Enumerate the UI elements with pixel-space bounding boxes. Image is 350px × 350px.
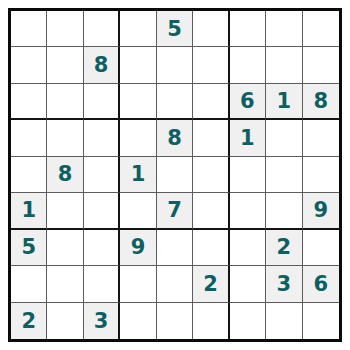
cell-r5c3[interactable] xyxy=(84,157,120,193)
cell-r3c3[interactable] xyxy=(84,84,120,120)
cell-r1c2[interactable] xyxy=(47,11,83,47)
cell-r4c8[interactable] xyxy=(266,120,302,156)
cell-r9c9[interactable] xyxy=(303,303,339,339)
cell-r6c3[interactable] xyxy=(84,193,120,229)
cell-r1c8[interactable] xyxy=(266,11,302,47)
cell-r5c8[interactable] xyxy=(266,157,302,193)
cell-r1c5[interactable]: 5 xyxy=(157,11,193,47)
cell-r1c6[interactable] xyxy=(193,11,229,47)
cell-r7c9[interactable] xyxy=(303,230,339,266)
cell-r7c1[interactable]: 5 xyxy=(11,230,47,266)
cell-r8c9[interactable]: 6 xyxy=(303,266,339,302)
cell-r9c6[interactable] xyxy=(193,303,229,339)
cell-r5c9[interactable] xyxy=(303,157,339,193)
cell-r7c3[interactable] xyxy=(84,230,120,266)
cell-r4c6[interactable] xyxy=(193,120,229,156)
cell-r9c4[interactable] xyxy=(120,303,156,339)
cell-r7c2[interactable] xyxy=(47,230,83,266)
cell-r6c2[interactable] xyxy=(47,193,83,229)
cell-r3c6[interactable] xyxy=(193,84,229,120)
cell-r1c7[interactable] xyxy=(230,11,266,47)
cell-r5c2[interactable]: 8 xyxy=(47,157,83,193)
cell-r6c5[interactable]: 7 xyxy=(157,193,193,229)
cell-r8c6[interactable]: 2 xyxy=(193,266,229,302)
cell-r9c2[interactable] xyxy=(47,303,83,339)
cell-r2c3[interactable]: 8 xyxy=(84,47,120,83)
cell-r2c9[interactable] xyxy=(303,47,339,83)
cell-r8c1[interactable] xyxy=(11,266,47,302)
cell-r4c5[interactable]: 8 xyxy=(157,120,193,156)
cell-r9c8[interactable] xyxy=(266,303,302,339)
cell-r6c1[interactable]: 1 xyxy=(11,193,47,229)
cell-r7c8[interactable]: 2 xyxy=(266,230,302,266)
cell-r9c7[interactable] xyxy=(230,303,266,339)
cell-r7c5[interactable] xyxy=(157,230,193,266)
cell-r8c5[interactable] xyxy=(157,266,193,302)
cell-r2c6[interactable] xyxy=(193,47,229,83)
cell-r7c4[interactable]: 9 xyxy=(120,230,156,266)
cell-r9c3[interactable]: 3 xyxy=(84,303,120,339)
cell-r7c7[interactable] xyxy=(230,230,266,266)
cell-r4c3[interactable] xyxy=(84,120,120,156)
cell-r6c4[interactable] xyxy=(120,193,156,229)
cell-r3c2[interactable] xyxy=(47,84,83,120)
cell-r3c5[interactable] xyxy=(157,84,193,120)
cell-r3c4[interactable] xyxy=(120,84,156,120)
cell-r1c1[interactable] xyxy=(11,11,47,47)
cell-r4c1[interactable] xyxy=(11,120,47,156)
cell-r6c8[interactable] xyxy=(266,193,302,229)
cell-r5c7[interactable] xyxy=(230,157,266,193)
cell-r4c7[interactable]: 1 xyxy=(230,120,266,156)
cell-r2c5[interactable] xyxy=(157,47,193,83)
cell-r7c6[interactable] xyxy=(193,230,229,266)
cell-r3c8[interactable]: 1 xyxy=(266,84,302,120)
cell-r3c1[interactable] xyxy=(11,84,47,120)
cell-r8c3[interactable] xyxy=(84,266,120,302)
cell-r6c7[interactable] xyxy=(230,193,266,229)
sudoku-page: 58618818117959223623 xyxy=(0,0,350,350)
cell-r5c5[interactable] xyxy=(157,157,193,193)
cell-r8c8[interactable]: 3 xyxy=(266,266,302,302)
cell-r4c9[interactable] xyxy=(303,120,339,156)
cell-r6c6[interactable] xyxy=(193,193,229,229)
cell-r5c1[interactable] xyxy=(11,157,47,193)
cell-r5c4[interactable]: 1 xyxy=(120,157,156,193)
cell-r8c2[interactable] xyxy=(47,266,83,302)
sudoku-board: 58618818117959223623 xyxy=(8,8,342,342)
cell-r8c4[interactable] xyxy=(120,266,156,302)
cell-r9c5[interactable] xyxy=(157,303,193,339)
cell-r1c3[interactable] xyxy=(84,11,120,47)
cell-r2c1[interactable] xyxy=(11,47,47,83)
cell-r8c7[interactable] xyxy=(230,266,266,302)
cell-r1c9[interactable] xyxy=(303,11,339,47)
cell-r2c7[interactable] xyxy=(230,47,266,83)
cell-r9c1[interactable]: 2 xyxy=(11,303,47,339)
cell-r5c6[interactable] xyxy=(193,157,229,193)
cell-r4c2[interactable] xyxy=(47,120,83,156)
cell-r3c7[interactable]: 6 xyxy=(230,84,266,120)
cell-r6c9[interactable]: 9 xyxy=(303,193,339,229)
cell-r3c9[interactable]: 8 xyxy=(303,84,339,120)
cell-r1c4[interactable] xyxy=(120,11,156,47)
cell-r4c4[interactable] xyxy=(120,120,156,156)
cell-r2c2[interactable] xyxy=(47,47,83,83)
cell-r2c8[interactable] xyxy=(266,47,302,83)
cell-r2c4[interactable] xyxy=(120,47,156,83)
